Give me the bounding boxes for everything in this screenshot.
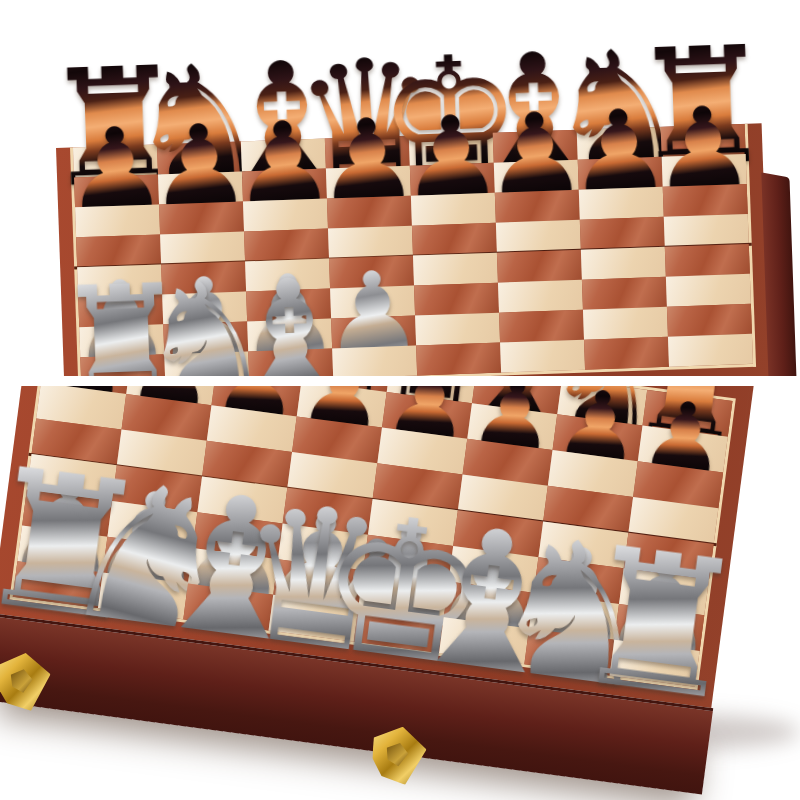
square-a7: ♟ — [74, 174, 159, 207]
board-grid-top: ♜♞♝♛♚♝♞♜♟♟♟♟♟♟♟♟♟♟♟♟♜♞♝ — [70, 124, 756, 376]
square-d4 — [329, 256, 414, 289]
brass-clasp-left — [0, 652, 51, 711]
square-g6 — [579, 187, 664, 220]
square-c1: ♝ — [248, 348, 333, 376]
chessboard-top: ♜♞♝♛♚♝♞♜♟♟♟♟♟♟♟♟♟♟♟♟♜♞♝ — [56, 123, 771, 376]
square-g5 — [580, 217, 665, 250]
square-h1 — [668, 334, 753, 367]
square-e1 — [416, 343, 501, 376]
square-c7: ♟ — [242, 169, 327, 202]
square-a5 — [76, 234, 161, 267]
square-h5 — [664, 214, 749, 247]
square-g2 — [583, 307, 668, 340]
square-d3 — [330, 286, 415, 319]
square-f1 — [500, 340, 585, 373]
square-f2 — [499, 310, 584, 343]
square-c5 — [244, 229, 329, 262]
square-d1 — [332, 346, 417, 376]
square-b4 — [161, 261, 246, 294]
square-a8: ♜ — [73, 144, 158, 177]
square-g4 — [581, 247, 666, 280]
square-h8: ♜ — [661, 124, 746, 157]
square-e4 — [413, 253, 498, 286]
square-e6 — [411, 193, 496, 226]
square-e3 — [414, 283, 499, 316]
square-d6 — [327, 196, 412, 229]
square-h2 — [667, 304, 752, 337]
square-f6 — [495, 190, 580, 223]
square-b3 — [162, 291, 247, 324]
square-e2 — [415, 313, 500, 346]
square-g3 — [582, 277, 667, 310]
chessboard-bottom: ♜♞♝♛♚♝♞♜♟♟♟♟♟♟♟♟♟♟♟♟♟♟♟♟♜♞♝♛♚♝♞♜ — [0, 386, 754, 708]
board-side-edge — [761, 172, 797, 376]
square-h4 — [665, 244, 750, 277]
square-b7: ♟ — [158, 172, 243, 205]
square-b2: ♟ — [163, 321, 248, 354]
square-c3 — [246, 289, 331, 322]
brass-clasp-right — [372, 726, 427, 785]
square-f8: ♝ — [493, 130, 578, 163]
square-c2: ♟ — [247, 319, 332, 352]
square-d7: ♟ — [326, 166, 411, 199]
square-d2: ♟ — [331, 316, 416, 349]
square-f4 — [497, 250, 582, 283]
square-b5 — [160, 231, 245, 264]
square-f5 — [496, 220, 581, 253]
square-h6 — [663, 184, 748, 217]
square-b1: ♞ — [164, 351, 249, 376]
square-a6 — [75, 204, 160, 237]
square-b8: ♞ — [157, 142, 242, 175]
square-a1: ♜ — [80, 354, 165, 376]
square-b6 — [159, 202, 244, 235]
square-g1 — [584, 337, 669, 370]
square-h3 — [666, 274, 751, 307]
photo-top-black-set: ♜♞♝♛♚♝♞♜♟♟♟♟♟♟♟♟♟♟♟♟♜♞♝ — [0, 0, 800, 376]
square-c4 — [245, 259, 330, 292]
square-d5 — [328, 226, 413, 259]
square-f3 — [498, 280, 583, 313]
square-f7: ♟ — [494, 160, 579, 193]
photo-bottom-silver-set: ♜♞♝♛♚♝♞♜♟♟♟♟♟♟♟♟♟♟♟♟♟♟♟♟♜♞♝♛♚♝♞♜ — [0, 386, 800, 800]
square-a3 — [78, 294, 163, 327]
square-e5 — [412, 223, 497, 256]
square-a4 — [77, 264, 162, 297]
square-e8: ♚ — [409, 133, 494, 166]
square-a2: ♟ — [79, 324, 164, 357]
square-g8: ♞ — [577, 127, 662, 160]
square-c8: ♝ — [241, 139, 326, 172]
square-g7: ♟ — [578, 157, 663, 190]
square-d8: ♛ — [325, 136, 410, 169]
square-e7: ♟ — [410, 163, 495, 196]
square-c6 — [243, 199, 328, 232]
square-h7: ♟ — [662, 154, 747, 187]
